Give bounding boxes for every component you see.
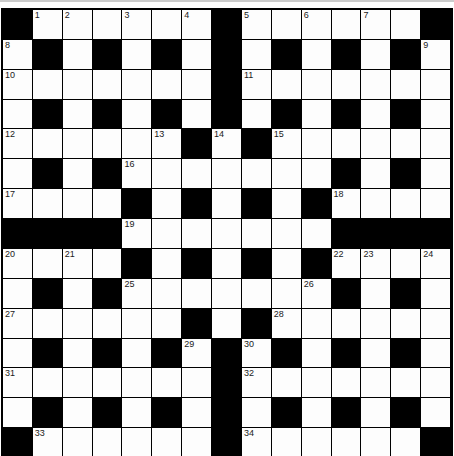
white-cell-r4c4[interactable] [122, 129, 152, 159]
white-cell-r4c1[interactable] [33, 129, 63, 159]
white-cell-r14c13[interactable] [391, 428, 421, 456]
crossword-page: 1234567891011121314151617181920212223242… [0, 0, 454, 456]
clue-number-33: 33 [35, 429, 45, 438]
white-cell-r5c9[interactable] [272, 159, 302, 189]
white-cell-r6c0[interactable]: 17 [3, 189, 33, 219]
black-cell-r9c13 [391, 279, 421, 309]
clue-number-8: 8 [5, 41, 10, 50]
white-cell-r1c4[interactable] [122, 40, 152, 70]
white-cell-r12c13[interactable] [391, 368, 421, 398]
white-cell-r0c1[interactable]: 1 [33, 10, 63, 40]
white-cell-r10c2[interactable] [63, 309, 93, 339]
black-cell-r11c11 [332, 339, 362, 369]
black-cell-r11c1 [33, 339, 63, 369]
white-cell-r4c3[interactable] [93, 129, 123, 159]
white-cell-r0c11[interactable] [332, 10, 362, 40]
white-cell-r2c9[interactable] [272, 70, 302, 100]
white-cell-r5c4[interactable]: 16 [122, 159, 152, 189]
white-cell-r3c4[interactable] [122, 100, 152, 130]
white-cell-r9c4[interactable]: 25 [122, 279, 152, 309]
black-cell-r7c13 [391, 219, 421, 249]
white-cell-r8c1[interactable] [33, 249, 63, 279]
white-cell-r4c11[interactable] [332, 129, 362, 159]
white-cell-r12c11[interactable] [332, 368, 362, 398]
clue-number-4: 4 [184, 11, 189, 20]
white-cell-r5c2[interactable] [63, 159, 93, 189]
white-cell-r6c1[interactable] [33, 189, 63, 219]
black-cell-r9c11 [332, 279, 362, 309]
white-cell-r9c14[interactable] [421, 279, 451, 309]
white-cell-r5c10[interactable] [302, 159, 332, 189]
clue-number-27: 27 [5, 310, 15, 319]
black-cell-r11c13 [391, 339, 421, 369]
white-cell-r4c7[interactable]: 14 [212, 129, 242, 159]
white-cell-r0c10[interactable]: 6 [302, 10, 332, 40]
white-cell-r8c3[interactable] [93, 249, 123, 279]
clue-number-21: 21 [65, 250, 75, 259]
black-cell-r14c0 [3, 428, 33, 456]
black-cell-r7c0 [3, 219, 33, 249]
white-cell-r6c5[interactable] [152, 189, 182, 219]
white-cell-r2c8[interactable]: 11 [242, 70, 272, 100]
white-cell-r1c0[interactable]: 8 [3, 40, 33, 70]
white-cell-r6c13[interactable] [391, 189, 421, 219]
white-cell-r4c2[interactable] [63, 129, 93, 159]
white-cell-r9c0[interactable] [3, 279, 33, 309]
black-cell-r7c14 [421, 219, 451, 249]
white-cell-r5c6[interactable] [182, 159, 212, 189]
black-cell-r0c7 [212, 10, 242, 40]
white-cell-r10c12[interactable] [361, 309, 391, 339]
white-cell-r14c8[interactable]: 34 [242, 428, 272, 456]
black-cell-r7c12 [361, 219, 391, 249]
white-cell-r4c12[interactable] [361, 129, 391, 159]
black-cell-r1c1 [33, 40, 63, 70]
black-cell-r1c3 [93, 40, 123, 70]
black-cell-r8c8 [242, 249, 272, 279]
white-cell-r12c14[interactable] [421, 368, 451, 398]
white-cell-r12c3[interactable] [93, 368, 123, 398]
white-cell-r8c12[interactable]: 23 [361, 249, 391, 279]
white-cell-r9c2[interactable] [63, 279, 93, 309]
white-cell-r11c6[interactable]: 29 [182, 339, 212, 369]
white-cell-r13c12[interactable] [361, 398, 391, 428]
white-cell-r13c6[interactable] [182, 398, 212, 428]
white-cell-r12c8[interactable]: 32 [242, 368, 272, 398]
white-cell-r12c0[interactable]: 31 [3, 368, 33, 398]
black-cell-r1c5 [152, 40, 182, 70]
white-cell-r2c10[interactable] [302, 70, 332, 100]
black-cell-r11c7 [212, 339, 242, 369]
black-cell-r2c7 [212, 70, 242, 100]
clue-number-15: 15 [274, 130, 284, 139]
black-cell-r3c11 [332, 100, 362, 130]
black-cell-r6c8 [242, 189, 272, 219]
black-cell-r13c3 [93, 398, 123, 428]
white-cell-r11c8[interactable]: 30 [242, 339, 272, 369]
clue-number-34: 34 [244, 429, 254, 438]
white-cell-r5c8[interactable] [242, 159, 272, 189]
white-cell-r14c9[interactable] [272, 428, 302, 456]
white-cell-r10c10[interactable] [302, 309, 332, 339]
white-cell-r6c14[interactable] [421, 189, 451, 219]
white-cell-r13c0[interactable] [3, 398, 33, 428]
white-cell-r6c9[interactable] [272, 189, 302, 219]
white-cell-r10c9[interactable]: 28 [272, 309, 302, 339]
black-cell-r7c3 [93, 219, 123, 249]
black-cell-r5c13 [391, 159, 421, 189]
white-cell-r6c7[interactable] [212, 189, 242, 219]
black-cell-r5c3 [93, 159, 123, 189]
clue-number-24: 24 [423, 250, 433, 259]
black-cell-r13c7 [212, 398, 242, 428]
white-cell-r11c4[interactable] [122, 339, 152, 369]
white-cell-r2c1[interactable] [33, 70, 63, 100]
black-cell-r10c8 [242, 309, 272, 339]
clue-number-12: 12 [5, 130, 15, 139]
clue-number-9: 9 [423, 41, 428, 50]
white-cell-r1c8[interactable] [242, 40, 272, 70]
white-cell-r9c9[interactable] [272, 279, 302, 309]
white-cell-r8c9[interactable] [272, 249, 302, 279]
white-cell-r10c0[interactable]: 27 [3, 309, 33, 339]
black-cell-r14c14 [421, 428, 451, 456]
white-cell-r1c10[interactable] [302, 40, 332, 70]
white-cell-r0c3[interactable] [93, 10, 123, 40]
white-cell-r10c5[interactable] [152, 309, 182, 339]
clue-number-3: 3 [124, 11, 129, 20]
clue-number-28: 28 [274, 310, 284, 319]
white-cell-r0c12[interactable]: 7 [361, 10, 391, 40]
white-cell-r5c7[interactable] [212, 159, 242, 189]
black-cell-r7c2 [63, 219, 93, 249]
white-cell-r14c1[interactable]: 33 [33, 428, 63, 456]
white-cell-r2c5[interactable] [152, 70, 182, 100]
white-cell-r2c12[interactable] [361, 70, 391, 100]
clue-number-6: 6 [304, 11, 309, 20]
white-cell-r1c6[interactable] [182, 40, 212, 70]
white-cell-r12c9[interactable] [272, 368, 302, 398]
white-cell-r0c9[interactable] [272, 10, 302, 40]
white-cell-r0c8[interactable]: 5 [242, 10, 272, 40]
black-cell-r3c7 [212, 100, 242, 130]
white-cell-r13c2[interactable] [63, 398, 93, 428]
white-cell-r7c8[interactable] [242, 219, 272, 249]
white-cell-r8c13[interactable] [391, 249, 421, 279]
white-cell-r1c2[interactable] [63, 40, 93, 70]
black-cell-r8c4 [122, 249, 152, 279]
white-cell-r10c13[interactable] [391, 309, 421, 339]
white-cell-r12c4[interactable] [122, 368, 152, 398]
white-cell-r2c3[interactable] [93, 70, 123, 100]
white-cell-r12c6[interactable] [182, 368, 212, 398]
black-cell-r11c3 [93, 339, 123, 369]
white-cell-r11c2[interactable] [63, 339, 93, 369]
white-cell-r5c5[interactable] [152, 159, 182, 189]
clue-number-17: 17 [5, 190, 15, 199]
white-cell-r10c14[interactable] [421, 309, 451, 339]
white-cell-r6c11[interactable]: 18 [332, 189, 362, 219]
clue-number-29: 29 [184, 340, 194, 349]
white-cell-r7c5[interactable] [152, 219, 182, 249]
black-cell-r9c3 [93, 279, 123, 309]
white-cell-r4c14[interactable] [421, 129, 451, 159]
white-cell-r12c2[interactable] [63, 368, 93, 398]
white-cell-r14c2[interactable] [63, 428, 93, 456]
white-cell-r12c1[interactable] [33, 368, 63, 398]
white-cell-r14c12[interactable] [361, 428, 391, 456]
black-cell-r9c1 [33, 279, 63, 309]
white-cell-r11c12[interactable] [361, 339, 391, 369]
black-cell-r1c9 [272, 40, 302, 70]
white-cell-r14c3[interactable] [93, 428, 123, 456]
clue-number-16: 16 [124, 160, 134, 169]
black-cell-r1c11 [332, 40, 362, 70]
white-cell-r12c10[interactable] [302, 368, 332, 398]
clue-number-32: 32 [244, 369, 254, 378]
white-cell-r8c5[interactable] [152, 249, 182, 279]
black-cell-r8c10 [302, 249, 332, 279]
clue-number-7: 7 [363, 11, 368, 20]
white-cell-r2c14[interactable] [421, 70, 451, 100]
white-cell-r14c11[interactable] [332, 428, 362, 456]
white-cell-r14c5[interactable] [152, 428, 182, 456]
white-cell-r5c0[interactable] [3, 159, 33, 189]
clue-number-20: 20 [5, 250, 15, 259]
white-cell-r9c7[interactable] [212, 279, 242, 309]
white-cell-r0c13[interactable] [391, 10, 421, 40]
clue-number-10: 10 [5, 71, 15, 80]
white-cell-r7c4[interactable]: 19 [122, 219, 152, 249]
white-cell-r12c12[interactable] [361, 368, 391, 398]
clue-number-31: 31 [5, 369, 15, 378]
white-cell-r6c3[interactable] [93, 189, 123, 219]
black-cell-r1c7 [212, 40, 242, 70]
white-cell-r14c10[interactable] [302, 428, 332, 456]
white-cell-r3c8[interactable] [242, 100, 272, 130]
white-cell-r13c10[interactable] [302, 398, 332, 428]
white-cell-r8c11[interactable]: 22 [332, 249, 362, 279]
white-cell-r4c10[interactable] [302, 129, 332, 159]
white-cell-r1c14[interactable]: 9 [421, 40, 451, 70]
black-cell-r7c1 [33, 219, 63, 249]
white-cell-r2c13[interactable] [391, 70, 421, 100]
white-cell-r0c4[interactable]: 3 [122, 10, 152, 40]
clue-number-25: 25 [124, 280, 134, 289]
white-cell-r9c6[interactable] [182, 279, 212, 309]
black-cell-r13c9 [272, 398, 302, 428]
clue-number-30: 30 [244, 340, 254, 349]
white-cell-r12c5[interactable] [152, 368, 182, 398]
white-cell-r5c14[interactable] [421, 159, 451, 189]
clue-number-18: 18 [334, 190, 344, 199]
black-cell-r6c4 [122, 189, 152, 219]
white-cell-r6c2[interactable] [63, 189, 93, 219]
black-cell-r6c10 [302, 189, 332, 219]
black-cell-r11c5 [152, 339, 182, 369]
black-cell-r12c7 [212, 368, 242, 398]
white-cell-r8c0[interactable]: 20 [3, 249, 33, 279]
white-cell-r11c10[interactable] [302, 339, 332, 369]
clue-number-2: 2 [65, 11, 70, 20]
white-cell-r4c9[interactable]: 15 [272, 129, 302, 159]
black-cell-r3c5 [152, 100, 182, 130]
black-cell-r6c6 [182, 189, 212, 219]
white-cell-r3c12[interactable] [361, 100, 391, 130]
crossword-grid: 1234567891011121314151617181920212223242… [1, 8, 453, 456]
white-cell-r4c0[interactable]: 12 [3, 129, 33, 159]
clue-number-26: 26 [304, 280, 314, 289]
black-cell-r14c7 [212, 428, 242, 456]
clue-number-19: 19 [124, 220, 134, 229]
white-cell-r7c10[interactable] [302, 219, 332, 249]
white-cell-r3c10[interactable] [302, 100, 332, 130]
white-cell-r11c0[interactable] [3, 339, 33, 369]
white-cell-r10c1[interactable] [33, 309, 63, 339]
white-cell-r7c6[interactable] [182, 219, 212, 249]
black-cell-r13c1 [33, 398, 63, 428]
black-cell-r4c6 [182, 129, 212, 159]
white-cell-r10c3[interactable] [93, 309, 123, 339]
white-cell-r9c8[interactable] [242, 279, 272, 309]
white-cell-r2c4[interactable] [122, 70, 152, 100]
white-cell-r13c8[interactable] [242, 398, 272, 428]
black-cell-r5c1 [33, 159, 63, 189]
white-cell-r8c14[interactable]: 24 [421, 249, 451, 279]
black-cell-r10c6 [182, 309, 212, 339]
white-cell-r0c2[interactable]: 2 [63, 10, 93, 40]
black-cell-r13c13 [391, 398, 421, 428]
black-cell-r4c8 [242, 129, 272, 159]
black-cell-r3c3 [93, 100, 123, 130]
white-cell-r6c12[interactable] [361, 189, 391, 219]
white-cell-r3c0[interactable] [3, 100, 33, 130]
white-cell-r7c9[interactable] [272, 219, 302, 249]
black-cell-r5c11 [332, 159, 362, 189]
white-cell-r7c7[interactable] [212, 219, 242, 249]
clue-number-1: 1 [35, 11, 40, 20]
white-cell-r2c0[interactable]: 10 [3, 70, 33, 100]
white-cell-r10c4[interactable] [122, 309, 152, 339]
black-cell-r8c6 [182, 249, 212, 279]
white-cell-r10c11[interactable] [332, 309, 362, 339]
black-cell-r11c9 [272, 339, 302, 369]
black-cell-r13c5 [152, 398, 182, 428]
white-cell-r2c11[interactable] [332, 70, 362, 100]
white-cell-r3c2[interactable] [63, 100, 93, 130]
white-cell-r9c10[interactable]: 26 [302, 279, 332, 309]
white-cell-r2c6[interactable] [182, 70, 212, 100]
clue-number-14: 14 [214, 130, 224, 139]
white-cell-r9c5[interactable] [152, 279, 182, 309]
white-cell-r13c14[interactable] [421, 398, 451, 428]
black-cell-r3c1 [33, 100, 63, 130]
white-cell-r1c12[interactable] [361, 40, 391, 70]
white-cell-r14c6[interactable] [182, 428, 212, 456]
white-cell-r13c4[interactable] [122, 398, 152, 428]
clue-number-11: 11 [244, 71, 253, 80]
black-cell-r0c14 [421, 10, 451, 40]
black-cell-r3c13 [391, 100, 421, 130]
white-cell-r10c7[interactable] [212, 309, 242, 339]
white-cell-r0c5[interactable] [152, 10, 182, 40]
black-cell-r0c0 [3, 10, 33, 40]
white-cell-r11c14[interactable] [421, 339, 451, 369]
white-cell-r4c13[interactable] [391, 129, 421, 159]
white-cell-r4c5[interactable]: 13 [152, 129, 182, 159]
white-cell-r9c12[interactable] [361, 279, 391, 309]
white-cell-r8c7[interactable] [212, 249, 242, 279]
black-cell-r3c9 [272, 100, 302, 130]
black-cell-r1c13 [391, 40, 421, 70]
black-cell-r13c11 [332, 398, 362, 428]
clue-number-13: 13 [154, 130, 164, 139]
white-cell-r2c2[interactable] [63, 70, 93, 100]
clue-number-5: 5 [244, 11, 249, 20]
black-cell-r7c11 [332, 219, 362, 249]
white-cell-r3c6[interactable] [182, 100, 212, 130]
white-cell-r14c4[interactable] [122, 428, 152, 456]
white-cell-r3c14[interactable] [421, 100, 451, 130]
clue-number-22: 22 [334, 250, 344, 259]
white-cell-r0c6[interactable]: 4 [182, 10, 212, 40]
white-cell-r5c12[interactable] [361, 159, 391, 189]
clue-number-23: 23 [363, 250, 373, 259]
white-cell-r8c2[interactable]: 21 [63, 249, 93, 279]
